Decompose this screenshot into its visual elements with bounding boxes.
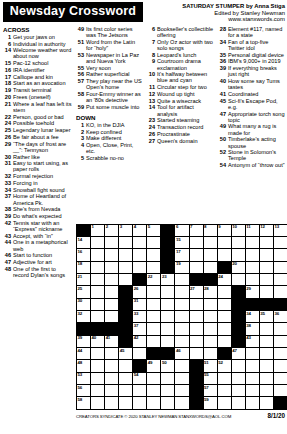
clue-49: 49Its first color series was The Jetsons xyxy=(76,26,143,38)
cell-r9c6[interactable] xyxy=(161,336,174,347)
cell-r14c13[interactable] xyxy=(260,397,273,408)
cell-r11c10[interactable]: 52 xyxy=(218,360,231,371)
cell-r11c12[interactable] xyxy=(246,360,259,371)
cell-r7c10[interactable] xyxy=(218,311,231,322)
cell-number-12: 12 xyxy=(260,224,264,229)
cell-r7c9[interactable] xyxy=(204,311,217,322)
cell-r10c7[interactable]: 46 xyxy=(175,348,188,359)
clue-text: Put some muscle into xyxy=(86,104,143,110)
cell-r0c13[interactable]: 12 xyxy=(260,225,273,236)
cell-r1c1[interactable] xyxy=(91,237,104,248)
clue-text: Stone in Solomon's Temple xyxy=(228,149,285,161)
cell-r2c2[interactable] xyxy=(105,249,118,260)
clue-38: 38She's from Nevada xyxy=(3,206,72,212)
cell-r12c6[interactable] xyxy=(161,373,174,384)
cell-r0c5[interactable]: 5 xyxy=(147,225,160,236)
cell-number-41: 41 xyxy=(106,335,110,340)
clue-number: 2 xyxy=(76,129,86,135)
cell-r0c4[interactable]: 4 xyxy=(133,225,146,236)
cell-r9c9[interactable] xyxy=(204,336,217,347)
clue-33: 33Forcing in xyxy=(3,180,72,186)
cell-r2c1[interactable] xyxy=(91,249,104,260)
cell-r6c9[interactable] xyxy=(204,299,217,310)
clue-22: 22Person, good or bad xyxy=(3,114,72,120)
cell-r13c4[interactable] xyxy=(133,385,146,396)
clue-number: 51 xyxy=(76,39,86,51)
cell-r9c5[interactable] xyxy=(147,336,160,347)
clue-number: 56 xyxy=(76,71,86,77)
cell-number-14: 14 xyxy=(78,237,82,242)
cell-number-2: 2 xyxy=(106,224,108,229)
cell-r13c2[interactable] xyxy=(105,385,118,396)
clue-text: Calliope and kin xyxy=(13,74,72,80)
clue-text: They play near the US Open's home xyxy=(86,78,143,90)
clue-text: Procrastinate xyxy=(157,131,214,137)
cell-r12c5[interactable] xyxy=(147,373,160,384)
cell-r4c12[interactable] xyxy=(246,274,259,285)
cell-number-10: 10 xyxy=(232,224,236,229)
cell-r5c10[interactable] xyxy=(218,286,231,297)
clue-number: 58 xyxy=(76,91,86,103)
clue-28: 28Element #117, named for a state xyxy=(218,26,285,38)
cell-r12c11[interactable] xyxy=(232,373,245,384)
cell-r3c2[interactable] xyxy=(105,262,118,273)
cell-r0c2[interactable]: 2 xyxy=(105,225,118,236)
cell-r8c14[interactable] xyxy=(274,323,287,334)
black-cell-r3c6 xyxy=(161,262,174,273)
cell-r4c5[interactable]: 22 xyxy=(147,274,160,285)
clue-39: 39If everything breaks just right xyxy=(218,65,285,77)
black-cell-r9c3 xyxy=(119,336,132,347)
cell-r6c4[interactable]: 31 xyxy=(133,299,146,310)
clue-number: 54 xyxy=(218,162,228,168)
cell-r0c14[interactable]: 13 xyxy=(274,225,287,236)
cell-r0c12[interactable]: 11 xyxy=(246,225,259,236)
clue-number: 34 xyxy=(218,39,228,51)
clue-30: 30Rather like xyxy=(3,154,72,160)
cell-r5c12[interactable]: 29 xyxy=(246,286,259,297)
cell-r11c2[interactable] xyxy=(105,360,118,371)
cell-r4c2[interactable] xyxy=(105,274,118,285)
cell-r13c5[interactable] xyxy=(147,385,160,396)
cell-r0c9[interactable]: 8 xyxy=(204,225,217,236)
cell-number-39: 39 xyxy=(78,335,82,340)
cell-r6c1[interactable] xyxy=(91,299,104,310)
cell-number-36: 36 xyxy=(274,311,278,316)
clue-number: 37 xyxy=(3,193,13,205)
clue-number: 46 xyxy=(3,252,13,258)
clue-7: 7Only Oz actor with two solo songs xyxy=(147,39,214,51)
cell-r7c13[interactable]: 35 xyxy=(260,311,273,322)
cell-r10c12[interactable] xyxy=(246,348,259,359)
cell-r10c14[interactable] xyxy=(274,348,287,359)
cell-r9c8[interactable] xyxy=(190,336,203,347)
cell-r13c14[interactable] xyxy=(274,385,287,396)
cell-r8c8[interactable] xyxy=(190,323,203,334)
cell-r4c7[interactable] xyxy=(175,274,188,285)
cell-r8c9[interactable] xyxy=(204,323,217,334)
clue-text: Make different xyxy=(86,135,143,141)
cell-r1c2[interactable] xyxy=(105,237,118,248)
clue-10: 10It's halfway between blue and cyan xyxy=(147,71,214,83)
cell-number-47: 47 xyxy=(232,348,236,353)
cell-r6c6[interactable] xyxy=(161,299,174,310)
cell-r0c8[interactable]: 7 xyxy=(190,225,203,236)
cell-r11c11[interactable] xyxy=(232,360,245,371)
cell-r9c12[interactable]: 43 xyxy=(246,336,259,347)
clue-number: 22 xyxy=(3,114,13,120)
cell-r6c2[interactable] xyxy=(105,299,118,310)
clue-number: 24 xyxy=(147,124,157,130)
cell-r4c13[interactable] xyxy=(260,274,273,285)
cell-number-40: 40 xyxy=(92,335,96,340)
cell-r2c12[interactable] xyxy=(246,249,259,260)
cell-r10c13[interactable] xyxy=(260,348,273,359)
cell-r11c5[interactable]: 49 xyxy=(147,360,160,371)
clue-number: 44 xyxy=(3,239,13,251)
cell-r8c12[interactable]: 38 xyxy=(246,323,259,334)
cell-number-53: 53 xyxy=(78,372,82,377)
cell-r2c3[interactable] xyxy=(119,249,132,260)
cell-r14c7[interactable] xyxy=(175,397,188,408)
cell-r7c2[interactable] xyxy=(105,311,118,322)
cell-r1c13[interactable] xyxy=(260,237,273,248)
cell-r9c7[interactable] xyxy=(175,336,188,347)
clue-text: Antonym of “throw out” xyxy=(228,162,285,168)
cell-r12c10[interactable] xyxy=(218,373,231,384)
brand-text: Newsday Crossword xyxy=(10,4,136,18)
black-cell-r12c8 xyxy=(190,373,203,384)
content: ACROSS1Get your jaws on6Individual in au… xyxy=(3,26,285,419)
cell-r14c9[interactable]: 59 xyxy=(204,397,217,408)
cell-number-5: 5 xyxy=(148,224,150,229)
newsday-crossword-logo: Newsday Crossword xyxy=(3,2,143,22)
cell-r14c3[interactable] xyxy=(119,397,132,408)
cell-r7c7[interactable] xyxy=(175,311,188,322)
cell-r11c0[interactable]: 48 xyxy=(77,360,90,371)
cell-r5c1[interactable] xyxy=(91,286,104,297)
cell-r14c6[interactable] xyxy=(161,397,174,408)
cell-r3c1[interactable] xyxy=(91,262,104,273)
cell-r10c4[interactable] xyxy=(133,348,146,359)
clue-columns-row: 49Its first color series was The Jetsons… xyxy=(76,26,285,224)
cell-r13c1[interactable] xyxy=(91,385,104,396)
cell-r1c7[interactable]: 15 xyxy=(175,237,188,248)
clue-text: IBM's 9,000+ in 2019 xyxy=(228,58,285,64)
clue-text: If everything breaks just right xyxy=(228,65,285,77)
cell-r13c9[interactable]: 57 xyxy=(204,385,217,396)
cell-r2c4[interactable] xyxy=(133,249,146,260)
black-cell-r0c0 xyxy=(77,225,90,236)
cell-r3c11[interactable]: 20 xyxy=(232,262,245,273)
clue-text: Possible toehold xyxy=(13,120,72,126)
clue-number: 27 xyxy=(147,138,157,144)
clue-47: 47Adjective for art xyxy=(3,259,72,265)
cell-r9c10[interactable] xyxy=(218,336,231,347)
clue-11: 11Circular step for two xyxy=(147,84,214,90)
clue-18: 18Start as an avocation xyxy=(3,80,72,86)
cell-r3c3[interactable] xyxy=(119,262,132,273)
cell-r12c9[interactable]: 55 xyxy=(204,373,217,384)
cell-r4c1[interactable] xyxy=(91,274,104,285)
cell-number-46: 46 xyxy=(176,348,180,353)
cell-r6c5[interactable] xyxy=(147,299,160,310)
cell-r2c5[interactable] xyxy=(147,249,160,260)
cell-r1c11[interactable] xyxy=(232,237,245,248)
clue-section-title-across: ACROSS xyxy=(3,26,72,33)
cell-r2c9[interactable] xyxy=(204,249,217,260)
clue-text: Transaction record xyxy=(157,124,214,130)
cell-r1c10[interactable] xyxy=(218,237,231,248)
crossword-grid[interactable]: 1234567891011121314151617181920212223242… xyxy=(76,224,287,410)
black-cell-r11c8 xyxy=(190,360,203,371)
cell-r12c12[interactable] xyxy=(246,373,259,384)
cell-r10c0[interactable]: 44 xyxy=(77,348,90,359)
cell-r13c10[interactable] xyxy=(218,385,231,396)
black-cell-r10c6 xyxy=(161,348,174,359)
cell-r14c12[interactable] xyxy=(246,397,259,408)
cell-r1c12[interactable] xyxy=(246,237,259,248)
cell-r14c0[interactable]: 58 xyxy=(77,397,90,408)
cell-r5c9[interactable]: 28 xyxy=(204,286,217,297)
cell-r4c10[interactable]: 24 xyxy=(218,274,231,285)
black-cell-r6c13 xyxy=(260,299,273,310)
black-cell-r10c5 xyxy=(147,348,160,359)
clue-number: 40 xyxy=(218,78,228,90)
cell-r6c7[interactable] xyxy=(175,299,188,310)
cell-r12c3[interactable] xyxy=(119,373,132,384)
cell-r5c4[interactable]: 26 xyxy=(133,286,146,297)
cell-r2c13[interactable] xyxy=(260,249,273,260)
cell-r12c14[interactable] xyxy=(274,373,287,384)
cell-r12c7[interactable] xyxy=(175,373,188,384)
cell-r14c10[interactable] xyxy=(218,397,231,408)
cell-r7c14[interactable]: 36 xyxy=(274,311,287,322)
clue-number: 6 xyxy=(147,26,157,38)
cell-r2c11[interactable] xyxy=(232,249,245,260)
clue-text: Forcing in xyxy=(13,180,72,186)
clue-text: Be fair about a fee xyxy=(13,134,72,140)
clue-number: 19 xyxy=(3,87,13,93)
cell-r1c3[interactable] xyxy=(119,237,132,248)
cell-r7c6[interactable] xyxy=(161,311,174,322)
cell-r3c13[interactable] xyxy=(260,262,273,273)
cell-r13c3[interactable] xyxy=(119,385,132,396)
clue-34: 34Snowball fight sound xyxy=(3,187,72,193)
cell-r10c2[interactable] xyxy=(105,348,118,359)
clue-text: Queen's domain xyxy=(157,138,214,144)
cell-r8c6[interactable] xyxy=(161,323,174,334)
cell-r9c14[interactable] xyxy=(274,336,287,347)
cell-number-6: 6 xyxy=(176,224,178,229)
black-cell-r14c14 xyxy=(274,397,287,408)
cell-number-23: 23 xyxy=(162,274,166,279)
clue-31: 31Easy to start using, as paper rolls xyxy=(3,160,72,172)
cell-r14c4[interactable] xyxy=(133,397,146,408)
cell-r13c11[interactable] xyxy=(232,385,245,396)
cell-r7c4[interactable]: 33 xyxy=(133,311,146,322)
cell-r10c1[interactable] xyxy=(91,348,104,359)
clue-text: Legendary lunar leaper xyxy=(13,127,72,133)
black-cell-r13c8 xyxy=(190,385,203,396)
cell-r2c10[interactable] xyxy=(218,249,231,260)
clue-number: 49 xyxy=(76,26,86,38)
cell-r1c0[interactable]: 14 xyxy=(77,237,90,248)
cell-r0c11[interactable]: 10 xyxy=(232,225,245,236)
cell-r12c0[interactable]: 53 xyxy=(77,373,90,384)
cell-r1c9[interactable] xyxy=(204,237,217,248)
clue-12: 12Wound up tight xyxy=(147,91,214,97)
cell-r1c8[interactable] xyxy=(190,237,203,248)
clue-14: 14Welcome weather word about now xyxy=(3,47,72,59)
clue-text: Start to function xyxy=(13,252,72,258)
cell-number-19: 19 xyxy=(176,261,180,266)
cell-r2c14[interactable] xyxy=(274,249,287,260)
clue-number: 12 xyxy=(147,91,157,97)
cell-r13c6[interactable] xyxy=(161,385,174,396)
clue-text: Adjective for art xyxy=(13,259,72,265)
cell-r9c2[interactable]: 41 xyxy=(105,336,118,347)
cell-r4c0[interactable]: 21 xyxy=(77,274,90,285)
cell-r13c12[interactable] xyxy=(246,385,259,396)
clue-5: 5Scrabble no-no xyxy=(76,155,143,161)
clue-text: It's halfway between blue and cyan xyxy=(157,71,214,83)
cell-r1c5[interactable] xyxy=(147,237,160,248)
clue-text: Timberlake's acting spouse xyxy=(228,136,285,148)
cell-r14c1[interactable] xyxy=(91,397,104,408)
cell-r8c4[interactable]: 37 xyxy=(133,323,146,334)
cell-r3c12[interactable] xyxy=(246,262,259,273)
cell-r2c7[interactable]: 17 xyxy=(175,249,188,260)
cell-number-17: 17 xyxy=(176,249,180,254)
cell-r11c7[interactable] xyxy=(175,360,188,371)
cell-r3c9[interactable] xyxy=(204,262,217,273)
black-cell-r6c14 xyxy=(274,299,287,310)
cell-r3c14[interactable] xyxy=(274,262,287,273)
cell-r0c1[interactable]: 1 xyxy=(91,225,104,236)
cell-r5c6[interactable] xyxy=(161,286,174,297)
black-cell-r0c6 xyxy=(161,225,174,236)
cell-r10c8[interactable] xyxy=(190,348,203,359)
cell-r4c6[interactable]: 23 xyxy=(161,274,174,285)
cell-r3c4[interactable] xyxy=(133,262,146,273)
cell-r5c8[interactable]: 27 xyxy=(190,286,203,297)
cell-r3c8[interactable] xyxy=(190,262,203,273)
cell-r9c13[interactable] xyxy=(260,336,273,347)
cell-r0c7[interactable]: 6 xyxy=(175,225,188,236)
cell-r4c3[interactable] xyxy=(119,274,132,285)
cell-r4c11[interactable] xyxy=(232,274,245,285)
cell-r12c2[interactable] xyxy=(105,373,118,384)
cell-r7c1[interactable] xyxy=(91,311,104,322)
cell-r14c2[interactable] xyxy=(105,397,118,408)
black-cell-r7c3 xyxy=(119,311,132,322)
cell-r1c4[interactable] xyxy=(133,237,146,248)
cell-r8c7[interactable] xyxy=(175,323,188,334)
clue-column-3: 6Bookseller's collectible offering7Only … xyxy=(147,26,214,224)
cell-r5c14[interactable] xyxy=(274,286,287,297)
clue-text: Bookseller's collectible offering xyxy=(157,26,214,38)
cell-r7c12[interactable]: 34 xyxy=(246,311,259,322)
cell-r9c4[interactable]: 42 xyxy=(133,336,146,347)
clue-number: 41 xyxy=(218,91,228,97)
cell-r2c8[interactable] xyxy=(190,249,203,260)
clue-40: 40How some say Tums tastes xyxy=(218,78,285,90)
cell-r9c0[interactable]: 39 xyxy=(77,336,90,347)
clue-number: 25 xyxy=(3,127,13,133)
black-cell-r11c4 xyxy=(133,360,146,371)
cell-r11c13[interactable] xyxy=(260,360,273,371)
cell-r12c4[interactable]: 54 xyxy=(133,373,146,384)
clue-number: 38 xyxy=(3,206,13,212)
clue-text: Rather like xyxy=(13,154,72,160)
clue-text: How some say Tums tastes xyxy=(228,78,285,90)
cell-r9c1[interactable]: 40 xyxy=(91,336,104,347)
cell-r14c5[interactable] xyxy=(147,397,160,408)
cell-r11c1[interactable] xyxy=(91,360,104,371)
cell-r3c0[interactable]: 18 xyxy=(77,262,90,273)
clue-text: Circular step for two xyxy=(157,84,214,90)
clue-text: One of the first to record Dylan's songs xyxy=(13,266,72,278)
header: Newsday Crossword SATURDAY STUMPER by An… xyxy=(3,2,285,23)
cell-r12c1[interactable] xyxy=(91,373,104,384)
cell-r8c10[interactable] xyxy=(218,323,231,334)
clue-text: Fan of a top-five Twitter idol xyxy=(228,39,285,51)
cell-r13c7[interactable] xyxy=(175,385,188,396)
cell-r7c8[interactable] xyxy=(190,311,203,322)
cell-r10c11[interactable]: 47 xyxy=(232,348,245,359)
cell-r0c3[interactable]: 3 xyxy=(119,225,132,236)
cell-r5c13[interactable] xyxy=(260,286,273,297)
cell-r7c5[interactable] xyxy=(147,311,160,322)
cell-r2c0[interactable]: 16 xyxy=(77,249,90,260)
cell-r0c10[interactable]: 9 xyxy=(218,225,231,236)
cell-number-20: 20 xyxy=(232,261,236,266)
cell-r1c14[interactable] xyxy=(274,237,287,248)
cell-r12c13[interactable] xyxy=(260,373,273,384)
cell-r5c5[interactable] xyxy=(147,286,160,297)
cell-r13c13[interactable] xyxy=(260,385,273,396)
clue-number: 26 xyxy=(147,131,157,137)
black-cell-r8c11 xyxy=(232,323,245,334)
cell-r5c7[interactable] xyxy=(175,286,188,297)
black-cell-r4c8 xyxy=(190,274,203,285)
cell-r6c0[interactable]: 30 xyxy=(77,299,90,310)
cell-r10c9[interactable] xyxy=(204,348,217,359)
cell-r10c3[interactable]: 45 xyxy=(119,348,132,359)
cell-r5c2[interactable] xyxy=(105,286,118,297)
cell-r5c0[interactable]: 25 xyxy=(77,286,90,297)
cell-r3c7[interactable]: 19 xyxy=(175,262,188,273)
cell-r14c11[interactable] xyxy=(232,397,245,408)
cell-r6c8[interactable] xyxy=(190,299,203,310)
cell-r11c9[interactable]: 51 xyxy=(204,360,217,371)
clue-text: Start as an avocation xyxy=(13,80,72,86)
cell-r4c14[interactable] xyxy=(274,274,287,285)
cell-r8c5[interactable] xyxy=(147,323,160,334)
cell-r13c0[interactable]: 56 xyxy=(77,385,90,396)
cell-r3c5[interactable] xyxy=(147,262,160,273)
footer: CREATORS SYNDICATE © 2020 STANLEY NEWMAN… xyxy=(76,412,285,419)
cell-number-30: 30 xyxy=(78,298,82,303)
cell-r11c6[interactable]: 50 xyxy=(161,360,174,371)
cell-r7c0[interactable]: 32 xyxy=(77,311,90,322)
cell-r8c13[interactable] xyxy=(260,323,273,334)
cell-r11c14[interactable] xyxy=(274,360,287,371)
cell-r6c10[interactable] xyxy=(218,299,231,310)
cell-r11c3[interactable] xyxy=(119,360,132,371)
clue-53: 53Newspaper in La Paz and Nueva York xyxy=(76,52,143,64)
